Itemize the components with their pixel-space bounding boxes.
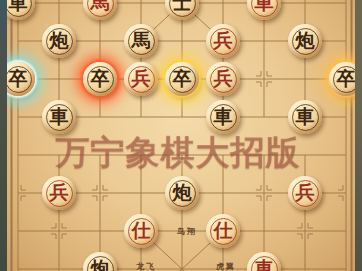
screen-left-edge <box>0 0 7 271</box>
piece-character: 卒 <box>173 62 192 96</box>
piece-character: 卒 <box>91 62 110 96</box>
piece-red-仕[interactable]: 仕 <box>124 214 158 248</box>
piece-character: 兵 <box>50 176 69 210</box>
piece-character: 車 <box>255 0 274 20</box>
xiangqi-app-screen: 万宁象棋大招版 鸟翔龙飞虎翼車馬士車炮馬兵炮卒卒兵卒兵卒車車車兵炮兵仕仕炮車 <box>0 0 362 271</box>
piece-character: 馬 <box>132 24 151 58</box>
piece-character: 兵 <box>296 176 315 210</box>
piece-black-馬[interactable]: 馬 <box>124 24 158 58</box>
piece-red-兵[interactable]: 兵 <box>124 62 158 96</box>
piece-character: 車 <box>9 0 28 20</box>
piece-character: 卒 <box>337 62 356 96</box>
board-decor-label: 鸟翔 <box>177 226 197 237</box>
piece-character: 炮 <box>173 176 192 210</box>
piece-black-車[interactable]: 車 <box>206 100 240 134</box>
piece-character: 車 <box>296 100 315 134</box>
piece-red-兵[interactable]: 兵 <box>288 176 322 210</box>
piece-character: 車 <box>214 100 233 134</box>
app-watermark: 万宁象棋大招版 <box>56 130 301 176</box>
piece-red-兵[interactable]: 兵 <box>42 176 76 210</box>
piece-character: 炮 <box>91 252 110 271</box>
piece-character: 炮 <box>50 24 69 58</box>
board-decor-label: 虎翼 <box>216 261 236 271</box>
piece-red-兵[interactable]: 兵 <box>206 62 240 96</box>
piece-black-炮[interactable]: 炮 <box>42 24 76 58</box>
piece-black-卒[interactable]: 卒 <box>165 62 199 96</box>
piece-character: 兵 <box>214 24 233 58</box>
piece-character: 馬 <box>91 0 110 20</box>
piece-black-炮[interactable]: 炮 <box>288 24 322 58</box>
piece-black-炮[interactable]: 炮 <box>165 176 199 210</box>
piece-character: 卒 <box>9 62 28 96</box>
piece-character: 士 <box>173 0 192 20</box>
piece-red-仕[interactable]: 仕 <box>206 214 240 248</box>
piece-character: 仕 <box>214 214 233 248</box>
piece-character: 車 <box>50 100 69 134</box>
piece-character: 兵 <box>214 62 233 96</box>
board-decor-label: 龙飞 <box>136 261 156 271</box>
piece-black-車[interactable]: 車 <box>288 100 322 134</box>
piece-character: 炮 <box>296 24 315 58</box>
piece-character: 兵 <box>132 62 151 96</box>
piece-red-兵[interactable]: 兵 <box>206 24 240 58</box>
piece-black-卒[interactable]: 卒 <box>83 62 117 96</box>
piece-character: 仕 <box>132 214 151 248</box>
screen-right-edge <box>355 0 362 271</box>
piece-black-車[interactable]: 車 <box>42 100 76 134</box>
piece-character: 車 <box>255 252 274 271</box>
